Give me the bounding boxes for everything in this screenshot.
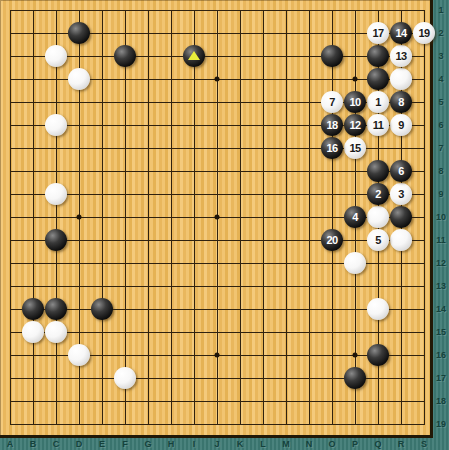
black-stone xyxy=(22,298,44,320)
move-number: 14 xyxy=(395,28,406,39)
white-stone: 5 xyxy=(367,229,389,251)
row-label: 3 xyxy=(433,51,449,61)
white-stone xyxy=(22,321,44,343)
star-point xyxy=(77,215,82,220)
move-number: 17 xyxy=(372,28,383,39)
star-point xyxy=(353,77,358,82)
black-stone: 12 xyxy=(344,114,366,136)
column-label: B xyxy=(30,439,37,449)
white-stone: 19 xyxy=(413,22,435,44)
column-label: A xyxy=(7,439,14,449)
column-label: P xyxy=(352,439,358,449)
move-number: 8 xyxy=(398,97,404,108)
row-label: 11 xyxy=(433,235,449,245)
black-stone: 14 xyxy=(390,22,412,44)
move-number: 11 xyxy=(373,120,384,131)
row-label: 4 xyxy=(433,74,449,84)
black-stone xyxy=(321,45,343,67)
white-stone xyxy=(390,229,412,251)
move-number: 1 xyxy=(375,97,381,108)
black-stone xyxy=(114,45,136,67)
star-point xyxy=(215,215,220,220)
black-stone: 10 xyxy=(344,91,366,113)
move-number: 18 xyxy=(326,120,337,131)
move-number: 12 xyxy=(349,120,360,131)
go-diagram-app: 1234567891011121314151617181920 ABCDEFGH… xyxy=(0,0,449,450)
move-number: 13 xyxy=(395,51,406,62)
column-label: H xyxy=(168,439,175,449)
white-stone: 17 xyxy=(367,22,389,44)
move-number: 7 xyxy=(329,97,335,108)
black-stone xyxy=(367,344,389,366)
column-label: F xyxy=(122,439,128,449)
white-stone: 3 xyxy=(390,183,412,205)
row-label: 12 xyxy=(433,258,449,268)
go-board[interactable]: 1234567891011121314151617181920 xyxy=(0,0,433,438)
column-label: O xyxy=(328,439,335,449)
column-label: J xyxy=(214,439,219,449)
black-stone xyxy=(367,45,389,67)
black-stone: 8 xyxy=(390,91,412,113)
white-stone: 11 xyxy=(367,114,389,136)
black-stone: 20 xyxy=(321,229,343,251)
white-stone xyxy=(45,114,67,136)
move-number: 20 xyxy=(326,235,337,246)
white-stone: 7 xyxy=(321,91,343,113)
column-label: C xyxy=(53,439,60,449)
white-stone xyxy=(68,344,90,366)
row-label: 1 xyxy=(433,5,449,15)
column-label: N xyxy=(306,439,313,449)
move-number: 2 xyxy=(375,189,381,200)
row-label: 8 xyxy=(433,166,449,176)
column-label: S xyxy=(421,439,427,449)
star-point xyxy=(215,353,220,358)
row-label: 7 xyxy=(433,143,449,153)
column-label: K xyxy=(237,439,244,449)
column-label: R xyxy=(398,439,405,449)
row-label: 6 xyxy=(433,120,449,130)
black-stone xyxy=(367,160,389,182)
row-label: 10 xyxy=(433,212,449,222)
star-point xyxy=(353,353,358,358)
black-stone: 4 xyxy=(344,206,366,228)
column-label: E xyxy=(99,439,105,449)
black-stone xyxy=(45,229,67,251)
row-label: 15 xyxy=(433,327,449,337)
white-stone: 1 xyxy=(367,91,389,113)
white-stone xyxy=(367,206,389,228)
row-label: 18 xyxy=(433,396,449,406)
column-label: G xyxy=(144,439,151,449)
star-point xyxy=(215,77,220,82)
row-label: 17 xyxy=(433,373,449,383)
move-number: 9 xyxy=(398,120,404,131)
row-label: 9 xyxy=(433,189,449,199)
triangle-mark-icon xyxy=(188,51,200,60)
black-stone: 16 xyxy=(321,137,343,159)
row-label: 2 xyxy=(433,28,449,38)
white-stone: 15 xyxy=(344,137,366,159)
black-stone: 6 xyxy=(390,160,412,182)
black-stone xyxy=(45,298,67,320)
white-stone xyxy=(68,68,90,90)
move-number: 3 xyxy=(398,189,404,200)
move-number: 4 xyxy=(352,212,358,223)
white-stone xyxy=(367,298,389,320)
move-number: 19 xyxy=(418,28,429,39)
row-label: 14 xyxy=(433,304,449,314)
white-stone: 13 xyxy=(390,45,412,67)
white-stone: 9 xyxy=(390,114,412,136)
black-stone xyxy=(344,367,366,389)
black-stone xyxy=(367,68,389,90)
white-stone xyxy=(45,183,67,205)
column-label: M xyxy=(282,439,290,449)
black-stone xyxy=(183,45,205,67)
column-label: D xyxy=(76,439,83,449)
white-stone xyxy=(114,367,136,389)
move-number: 6 xyxy=(398,166,404,177)
column-label: I xyxy=(193,439,196,449)
move-number: 10 xyxy=(349,97,360,108)
black-stone xyxy=(68,22,90,44)
row-label: 13 xyxy=(433,281,449,291)
black-stone xyxy=(91,298,113,320)
move-number: 15 xyxy=(349,143,360,154)
row-label: 16 xyxy=(433,350,449,360)
column-label: Q xyxy=(374,439,381,449)
row-label: 5 xyxy=(433,97,449,107)
move-number: 5 xyxy=(375,235,381,246)
black-stone: 18 xyxy=(321,114,343,136)
move-number: 16 xyxy=(326,143,337,154)
black-stone xyxy=(390,206,412,228)
black-stone: 2 xyxy=(367,183,389,205)
column-label: L xyxy=(260,439,266,449)
white-stone xyxy=(344,252,366,274)
white-stone xyxy=(45,45,67,67)
white-stone xyxy=(45,321,67,343)
row-label: 19 xyxy=(433,419,449,429)
white-stone xyxy=(390,68,412,90)
